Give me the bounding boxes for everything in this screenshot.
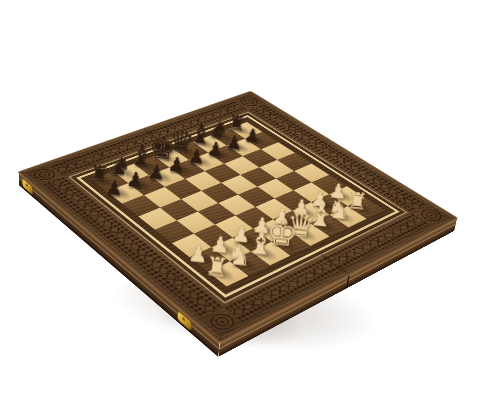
square-e8[interactable]: ♚: [154, 149, 189, 167]
piece-shadow: [190, 154, 217, 169]
square-f7[interactable]: ♟: [149, 167, 185, 187]
square-c5[interactable]: [240, 167, 276, 186]
piece-black-pawn[interactable]: ♟: [239, 126, 265, 146]
honeycomb-carving-band: [50, 101, 239, 169]
piece-black-knight[interactable]: ♞: [205, 118, 231, 142]
square-c6[interactable]: [224, 156, 259, 175]
piece-shadow: [227, 140, 253, 155]
piece-shadow: [155, 151, 182, 166]
square-c8[interactable]: ♝: [193, 135, 227, 153]
corner-rosette-carving: [233, 94, 266, 110]
honeycomb-carving-band: [259, 104, 428, 208]
carved-frame-left: [50, 101, 248, 176]
square-a8[interactable]: ♜: [229, 122, 262, 139]
chess-board: ♜♟♟♜♞♟♟♞♝♟♟♝♛♟♟♛♚♟♟♚♝♟♟♝♞♟♟♞♜♟♟♜: [17, 91, 459, 344]
square-a4[interactable]: [294, 164, 329, 183]
piece-black-bishop[interactable]: ♝: [187, 122, 214, 149]
square-a5[interactable]: [277, 153, 312, 171]
piece-black-queen[interactable]: ♛: [167, 127, 194, 157]
square-b8[interactable]: ♞: [211, 128, 245, 145]
square-d5[interactable]: [221, 175, 257, 195]
scroll-carving-band: [55, 104, 244, 173]
fold-seam-edge: [346, 274, 350, 288]
piece-black-pawn[interactable]: ♟: [100, 177, 129, 199]
piece-shadow: [193, 137, 219, 152]
piece-shadow: [170, 162, 197, 178]
square-a7[interactable]: ♟: [245, 132, 279, 149]
square-c7[interactable]: ♟: [208, 146, 243, 164]
square-b5[interactable]: [259, 160, 294, 179]
piece-white-rook[interactable]: ♜: [201, 254, 233, 281]
piece-shadow: [150, 169, 178, 185]
piece-shadow: [209, 147, 236, 162]
piece-black-rook[interactable]: ♜: [224, 113, 250, 135]
perspective-scene: ♜♟♟♜♞♟♟♞♝♟♟♝♛♟♟♛♚♟♟♚♝♟♟♝♞♟♟♞♜♟♟♜: [0, 0, 500, 400]
piece-black-pawn[interactable]: ♟: [163, 154, 190, 175]
piece-black-king[interactable]: ♚: [148, 132, 176, 164]
piece-black-pawn[interactable]: ♟: [202, 139, 229, 160]
chess-set-photo: ♜♟♟♜♞♟♟♞♝♟♟♝♛♟♟♛♚♟♟♚♝♟♟♝♞♟♟♞♜♟♟♜: [0, 0, 500, 400]
square-e6[interactable]: [185, 171, 221, 191]
piece-black-pawn[interactable]: ♟: [221, 132, 247, 152]
square-d4[interactable]: [238, 187, 275, 207]
piece-shadow: [245, 133, 271, 147]
square-a6[interactable]: [261, 142, 295, 160]
piece-shadow: [230, 123, 256, 137]
piece-black-pawn[interactable]: ♟: [183, 147, 210, 168]
square-c4[interactable]: [257, 179, 293, 199]
square-b4[interactable]: [276, 171, 312, 190]
square-b7[interactable]: ♟: [227, 139, 261, 157]
square-d8[interactable]: ♛: [174, 142, 209, 160]
square-d6[interactable]: [205, 164, 241, 183]
square-b6[interactable]: [243, 149, 278, 167]
piece-shadow: [212, 130, 238, 144]
square-e7[interactable]: ♟: [169, 160, 205, 179]
square-d7[interactable]: ♟: [189, 153, 224, 172]
piece-shadow: [174, 144, 201, 159]
